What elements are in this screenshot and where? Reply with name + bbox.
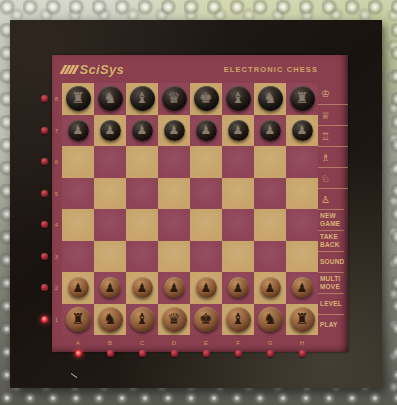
file-led-slot bbox=[158, 348, 190, 359]
square-a4[interactable] bbox=[62, 209, 94, 241]
square-c7[interactable]: ♟ bbox=[126, 115, 158, 147]
piece-black-pawn[interactable]: ♟ bbox=[292, 120, 313, 141]
file-led-slot bbox=[222, 348, 254, 359]
bottom-led-row bbox=[62, 348, 318, 359]
file-led-slot bbox=[190, 348, 222, 359]
square-a6[interactable] bbox=[62, 146, 94, 178]
piece-white-pawn[interactable]: ♟ bbox=[260, 277, 281, 298]
rank-label-8: 8 bbox=[52, 85, 61, 112]
scratch-mark bbox=[71, 372, 77, 379]
rank-led-8 bbox=[41, 316, 48, 323]
file-led-7 bbox=[267, 350, 274, 357]
file-label-f: F bbox=[224, 337, 251, 348]
rank-labels: 87654321 bbox=[51, 83, 62, 335]
file-led-1 bbox=[75, 350, 82, 357]
bishop-symbol-button[interactable]: ♗ bbox=[318, 146, 348, 167]
new-game-button[interactable]: NEW GAME bbox=[318, 209, 344, 230]
square-g8[interactable]: ♞ bbox=[254, 83, 286, 115]
piece-black-knight[interactable]: ♞ bbox=[258, 86, 283, 111]
rank-led-7 bbox=[41, 284, 48, 291]
board-header: SciSys ELECTRONIC CHESS bbox=[62, 58, 318, 80]
square-h1[interactable]: ♜ bbox=[286, 304, 318, 336]
square-b2[interactable]: ♟ bbox=[94, 272, 126, 304]
square-g6[interactable] bbox=[254, 146, 286, 178]
square-f8[interactable]: ♝ bbox=[222, 83, 254, 115]
square-d8[interactable]: ♛ bbox=[158, 83, 190, 115]
file-led-slot bbox=[126, 348, 158, 359]
rank-label-7: 7 bbox=[52, 117, 61, 144]
piece-black-pawn[interactable]: ♟ bbox=[260, 120, 281, 141]
file-led-5 bbox=[203, 350, 210, 357]
piece-black-pawn[interactable]: ♟ bbox=[228, 120, 249, 141]
piece-black-pawn[interactable]: ♟ bbox=[164, 120, 185, 141]
file-led-3 bbox=[139, 350, 146, 357]
piece-black-pawn[interactable]: ♟ bbox=[196, 120, 217, 141]
piece-white-pawn[interactable]: ♟ bbox=[292, 277, 313, 298]
file-led-slot bbox=[286, 348, 318, 359]
square-h8[interactable]: ♜ bbox=[286, 83, 318, 115]
piece-white-pawn[interactable]: ♟ bbox=[164, 277, 185, 298]
scisys-logo: SciSys bbox=[62, 62, 124, 77]
rank-led-6 bbox=[41, 253, 48, 260]
square-f7[interactable]: ♟ bbox=[222, 115, 254, 147]
square-b3[interactable] bbox=[94, 241, 126, 273]
multi-move-button[interactable]: MULTI MOVE bbox=[318, 272, 344, 293]
piece-black-king[interactable]: ♚ bbox=[194, 86, 219, 111]
square-f6[interactable] bbox=[222, 146, 254, 178]
rank-label-5: 5 bbox=[52, 180, 61, 207]
square-d4[interactable] bbox=[158, 209, 190, 241]
piece-white-rook[interactable]: ♜ bbox=[66, 307, 91, 332]
king-symbol-button[interactable]: ♔ bbox=[318, 83, 348, 104]
rank-led-1 bbox=[41, 95, 48, 102]
square-e5[interactable] bbox=[190, 178, 222, 210]
rank-led-2 bbox=[41, 127, 48, 134]
piece-white-pawn[interactable]: ♟ bbox=[132, 277, 153, 298]
square-d2[interactable]: ♟ bbox=[158, 272, 190, 304]
rank-led-slot bbox=[39, 304, 49, 336]
piece-black-rook[interactable]: ♜ bbox=[290, 86, 315, 111]
square-c6[interactable] bbox=[126, 146, 158, 178]
file-label-c: C bbox=[128, 337, 155, 348]
file-label-b: B bbox=[96, 337, 123, 348]
piece-white-pawn[interactable]: ♟ bbox=[68, 277, 89, 298]
piece-white-queen[interactable]: ♛ bbox=[162, 307, 187, 332]
piece-white-pawn[interactable]: ♟ bbox=[100, 277, 121, 298]
rank-label-4: 4 bbox=[52, 211, 61, 238]
take-back-button[interactable]: TAKE BACK bbox=[318, 230, 344, 251]
square-e6[interactable] bbox=[190, 146, 222, 178]
piece-white-bishop[interactable]: ♝ bbox=[226, 307, 251, 332]
square-b1[interactable]: ♞ bbox=[94, 304, 126, 336]
sound-button[interactable]: SOUND bbox=[318, 251, 344, 272]
chess-board: ♜♞♝♛♚♝♞♜♟♟♟♟♟♟♟♟♟♟♟♟♟♟♟♟♜♞♝♛♚♝♞♜ bbox=[62, 83, 318, 335]
piece-black-bishop[interactable]: ♝ bbox=[226, 86, 251, 111]
piece-black-pawn[interactable]: ♟ bbox=[100, 120, 121, 141]
square-c2[interactable]: ♟ bbox=[126, 272, 158, 304]
rank-led-3 bbox=[41, 158, 48, 165]
piece-white-knight[interactable]: ♞ bbox=[258, 307, 283, 332]
product-title: ELECTRONIC CHESS bbox=[224, 65, 318, 74]
square-b6[interactable] bbox=[94, 146, 126, 178]
pawn-symbol-button[interactable]: ♙ bbox=[318, 188, 348, 209]
file-led-4 bbox=[171, 350, 178, 357]
square-g5[interactable] bbox=[254, 178, 286, 210]
piece-black-knight[interactable]: ♞ bbox=[98, 86, 123, 111]
rank-led-slot bbox=[39, 209, 49, 241]
square-c8[interactable]: ♝ bbox=[126, 83, 158, 115]
square-h7[interactable]: ♟ bbox=[286, 115, 318, 147]
square-g1[interactable]: ♞ bbox=[254, 304, 286, 336]
file-label-a: A bbox=[64, 337, 91, 348]
knight-symbol-button[interactable]: ♘ bbox=[318, 167, 348, 188]
square-f1[interactable]: ♝ bbox=[222, 304, 254, 336]
file-label-d: D bbox=[160, 337, 187, 348]
queen-symbol-button[interactable]: ♕ bbox=[318, 104, 348, 125]
square-h6[interactable] bbox=[286, 146, 318, 178]
square-e7[interactable]: ♟ bbox=[190, 115, 222, 147]
piece-black-bishop[interactable]: ♝ bbox=[130, 86, 155, 111]
square-b4[interactable] bbox=[94, 209, 126, 241]
square-e4[interactable] bbox=[190, 209, 222, 241]
square-d3[interactable] bbox=[158, 241, 190, 273]
square-f3[interactable] bbox=[222, 241, 254, 273]
file-led-slot bbox=[62, 348, 94, 359]
piece-white-knight[interactable]: ♞ bbox=[98, 307, 123, 332]
square-g3[interactable] bbox=[254, 241, 286, 273]
square-d7[interactable]: ♟ bbox=[158, 115, 190, 147]
square-g2[interactable]: ♟ bbox=[254, 272, 286, 304]
square-a1[interactable]: ♜ bbox=[62, 304, 94, 336]
piece-black-pawn[interactable]: ♟ bbox=[68, 120, 89, 141]
square-c3[interactable] bbox=[126, 241, 158, 273]
square-f2[interactable]: ♟ bbox=[222, 272, 254, 304]
file-label-h: H bbox=[288, 337, 315, 348]
square-d1[interactable]: ♛ bbox=[158, 304, 190, 336]
piece-white-pawn[interactable]: ♟ bbox=[196, 277, 217, 298]
square-a2[interactable]: ♟ bbox=[62, 272, 94, 304]
rank-led-slot bbox=[39, 178, 49, 210]
square-c4[interactable] bbox=[126, 209, 158, 241]
square-b8[interactable]: ♞ bbox=[94, 83, 126, 115]
square-e1[interactable]: ♚ bbox=[190, 304, 222, 336]
file-led-slot bbox=[254, 348, 286, 359]
rank-led-slot bbox=[39, 115, 49, 147]
rank-label-3: 3 bbox=[52, 243, 61, 270]
square-f5[interactable] bbox=[222, 178, 254, 210]
square-e3[interactable] bbox=[190, 241, 222, 273]
piece-black-queen[interactable]: ♛ bbox=[162, 86, 187, 111]
piece-white-rook[interactable]: ♜ bbox=[290, 307, 315, 332]
file-led-2 bbox=[107, 350, 114, 357]
file-led-8 bbox=[299, 350, 306, 357]
square-h3[interactable] bbox=[286, 241, 318, 273]
control-panel: ♔♕♖♗♘♙NEW GAMETAKE BACKSOUNDMULTI MOVELE… bbox=[318, 83, 348, 335]
square-f4[interactable] bbox=[222, 209, 254, 241]
square-e2[interactable]: ♟ bbox=[190, 272, 222, 304]
file-label-e: E bbox=[192, 337, 219, 348]
square-h4[interactable] bbox=[286, 209, 318, 241]
square-g7[interactable]: ♟ bbox=[254, 115, 286, 147]
rank-led-slot bbox=[39, 272, 49, 304]
square-d5[interactable] bbox=[158, 178, 190, 210]
rank-label-2: 2 bbox=[52, 274, 61, 301]
square-c5[interactable] bbox=[126, 178, 158, 210]
file-label-g: G bbox=[256, 337, 283, 348]
piece-black-pawn[interactable]: ♟ bbox=[132, 120, 153, 141]
rank-label-6: 6 bbox=[52, 148, 61, 175]
square-c1[interactable]: ♝ bbox=[126, 304, 158, 336]
rank-led-4 bbox=[41, 190, 48, 197]
square-h5[interactable] bbox=[286, 178, 318, 210]
piece-black-rook[interactable]: ♜ bbox=[66, 86, 91, 111]
rook-symbol-button[interactable]: ♖ bbox=[318, 125, 348, 146]
square-e8[interactable]: ♚ bbox=[190, 83, 222, 115]
square-g4[interactable] bbox=[254, 209, 286, 241]
piece-white-pawn[interactable]: ♟ bbox=[228, 277, 249, 298]
rank-led-5 bbox=[41, 221, 48, 228]
piece-white-king[interactable]: ♚ bbox=[194, 307, 219, 332]
photo-scene: SciSys ELECTRONIC CHESS ♜♞♝♛♚♝♞♜♟♟♟♟♟♟♟♟… bbox=[0, 0, 397, 405]
brand-text: SciSys bbox=[80, 62, 124, 77]
square-a5[interactable] bbox=[62, 178, 94, 210]
rank-led-slot bbox=[39, 146, 49, 178]
square-d6[interactable] bbox=[158, 146, 190, 178]
logo-stripes-icon bbox=[62, 65, 77, 74]
rank-label-1: 1 bbox=[52, 306, 61, 333]
level-button[interactable]: LEVEL bbox=[318, 293, 344, 314]
square-b5[interactable] bbox=[94, 178, 126, 210]
file-led-6 bbox=[235, 350, 242, 357]
piece-white-bishop[interactable]: ♝ bbox=[130, 307, 155, 332]
square-b7[interactable]: ♟ bbox=[94, 115, 126, 147]
left-led-column bbox=[39, 83, 49, 335]
square-a7[interactable]: ♟ bbox=[62, 115, 94, 147]
square-h2[interactable]: ♟ bbox=[286, 272, 318, 304]
play-button[interactable]: PLAY bbox=[318, 314, 344, 335]
rank-led-slot bbox=[39, 241, 49, 273]
rank-led-slot bbox=[39, 83, 49, 115]
square-a3[interactable] bbox=[62, 241, 94, 273]
file-led-slot bbox=[94, 348, 126, 359]
square-a8[interactable]: ♜ bbox=[62, 83, 94, 115]
